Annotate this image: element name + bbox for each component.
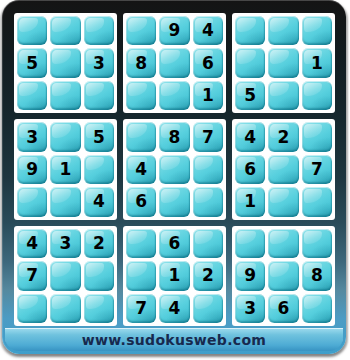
cell-r7c4[interactable] [126,229,156,258]
cell-r7c2[interactable]: 3 [50,229,80,258]
cell-r6c8[interactable] [268,187,298,216]
given-digit: 5 [244,87,256,104]
given-digit: 3 [60,235,72,252]
cell-r4c2[interactable] [50,122,80,151]
cell-r8c2[interactable] [50,261,80,290]
cell-r9c6[interactable] [193,294,223,323]
box-r3c3: 9836 [232,226,335,326]
given-digit: 1 [311,55,323,72]
cell-r2c6[interactable]: 6 [193,48,223,77]
cell-r3c9[interactable] [302,81,332,110]
cell-r3c2[interactable] [50,81,80,110]
given-digit: 7 [311,161,323,178]
given-digit: 9 [169,22,181,39]
cell-r8c1[interactable]: 7 [17,261,47,290]
cell-r1c4[interactable] [126,16,156,45]
cell-r4c6[interactable]: 7 [193,122,223,151]
given-digit: 1 [60,161,72,178]
given-digit: 9 [26,161,38,178]
cell-r5c4[interactable]: 4 [126,155,156,184]
cell-r6c5[interactable] [159,187,189,216]
cell-r4c9[interactable] [302,122,332,151]
given-digit: 6 [202,55,214,72]
cell-r5c1[interactable]: 9 [17,155,47,184]
cell-r5c7[interactable]: 6 [235,155,265,184]
cell-r6c3[interactable]: 4 [84,187,114,216]
cell-r1c3[interactable] [84,16,114,45]
cell-r6c7[interactable]: 1 [235,187,265,216]
cell-r5c5[interactable] [159,155,189,184]
given-digit: 9 [244,267,256,284]
given-digit: 8 [311,267,323,284]
given-digit: 7 [135,300,147,317]
given-digit: 4 [26,235,38,252]
cell-r9c1[interactable] [17,294,47,323]
cell-r6c2[interactable] [50,187,80,216]
box-r2c2: 8746 [123,119,226,219]
cell-r9c4[interactable]: 7 [126,294,156,323]
cell-r6c9[interactable] [302,187,332,216]
given-digit: 1 [244,193,256,210]
cell-r8c8[interactable] [268,261,298,290]
cell-r4c5[interactable]: 8 [159,122,189,151]
cell-r5c2[interactable]: 1 [50,155,80,184]
cell-r4c4[interactable] [126,122,156,151]
footer: www.sudokusweb.com [5,328,343,351]
cell-r6c4[interactable]: 6 [126,187,156,216]
given-digit: 3 [26,129,38,146]
cell-r3c3[interactable] [84,81,114,110]
cell-r1c8[interactable] [268,16,298,45]
given-digit: 8 [169,129,181,146]
cell-r9c8[interactable]: 6 [268,294,298,323]
cell-r5c6[interactable] [193,155,223,184]
given-digit: 4 [202,22,214,39]
cell-r6c1[interactable] [17,187,47,216]
cell-r8c6[interactable]: 2 [193,261,223,290]
cell-r1c7[interactable] [235,16,265,45]
cell-r8c3[interactable] [84,261,114,290]
box-r1c2: 94861 [123,13,226,113]
box-r3c1: 4327 [14,226,117,326]
cell-r3c6[interactable]: 1 [193,81,223,110]
cell-r3c4[interactable] [126,81,156,110]
box-r1c3: 15 [232,13,335,113]
cell-r2c1[interactable]: 5 [17,48,47,77]
given-digit: 6 [244,161,256,178]
given-digit: 7 [26,267,38,284]
given-digit: 6 [135,193,147,210]
cell-r1c6[interactable]: 4 [193,16,223,45]
cell-r7c8[interactable] [268,229,298,258]
given-digit: 2 [93,235,105,252]
cell-r9c7[interactable]: 3 [235,294,265,323]
cell-r2c2[interactable] [50,48,80,77]
cell-r1c5[interactable]: 9 [159,16,189,45]
cell-r9c2[interactable] [50,294,80,323]
cell-r1c1[interactable] [17,16,47,45]
cell-r7c7[interactable] [235,229,265,258]
cell-r4c3[interactable]: 5 [84,122,114,151]
given-digit: 6 [169,235,181,252]
cell-r9c3[interactable] [84,294,114,323]
cell-r8c9[interactable]: 8 [302,261,332,290]
cell-r3c8[interactable] [268,81,298,110]
given-digit: 7 [202,129,214,146]
cell-r2c3[interactable]: 3 [84,48,114,77]
cell-r2c9[interactable]: 1 [302,48,332,77]
cell-r8c7[interactable]: 9 [235,261,265,290]
cell-r3c5[interactable] [159,81,189,110]
given-digit: 3 [244,300,256,317]
cell-r2c4[interactable]: 8 [126,48,156,77]
cell-r7c9[interactable] [302,229,332,258]
cell-r9c9[interactable] [302,294,332,323]
cell-r7c6[interactable] [193,229,223,258]
given-digit: 4 [135,161,147,178]
box-r3c2: 61274 [123,226,226,326]
given-digit: 1 [202,87,214,104]
cell-r2c5[interactable] [159,48,189,77]
cell-r4c1[interactable]: 3 [17,122,47,151]
cell-r1c9[interactable] [302,16,332,45]
site-url-label: www.sudokusweb.com [82,332,266,348]
cell-r4c7[interactable]: 4 [235,122,265,151]
cell-r7c1[interactable]: 4 [17,229,47,258]
cell-r1c2[interactable] [50,16,80,45]
cell-r7c3[interactable]: 2 [84,229,114,258]
cell-r7c5[interactable]: 6 [159,229,189,258]
given-digit: 4 [93,193,105,210]
cell-r5c8[interactable] [268,155,298,184]
cell-r4c8[interactable]: 2 [268,122,298,151]
given-digit: 3 [93,55,105,72]
cell-r3c1[interactable] [17,81,47,110]
given-digit: 2 [202,267,214,284]
given-digit: 2 [278,129,290,146]
board-frame: 53 94861 15 35914 8746 42671 4327 61274 … [2,0,346,354]
given-digit: 4 [244,129,256,146]
box-r2c3: 42671 [232,119,335,219]
cell-r2c8[interactable] [268,48,298,77]
cell-r5c9[interactable]: 7 [302,155,332,184]
box-r1c1: 53 [14,13,117,113]
cell-r2c7[interactable] [235,48,265,77]
cell-r9c5[interactable]: 4 [159,294,189,323]
sudoku-board: 53 94861 15 35914 8746 42671 4327 61274 … [14,13,335,326]
given-digit: 4 [169,300,181,317]
cell-r6c6[interactable] [193,187,223,216]
cell-r5c3[interactable] [84,155,114,184]
given-digit: 5 [26,55,38,72]
sudoku-widget: 53 94861 15 35914 8746 42671 4327 61274 … [0,0,350,360]
cell-r3c7[interactable]: 5 [235,81,265,110]
given-digit: 8 [135,55,147,72]
given-digit: 1 [169,267,181,284]
box-r2c1: 35914 [14,119,117,219]
cell-r8c5[interactable]: 1 [159,261,189,290]
cell-r8c4[interactable] [126,261,156,290]
given-digit: 5 [93,129,105,146]
given-digit: 6 [278,300,290,317]
